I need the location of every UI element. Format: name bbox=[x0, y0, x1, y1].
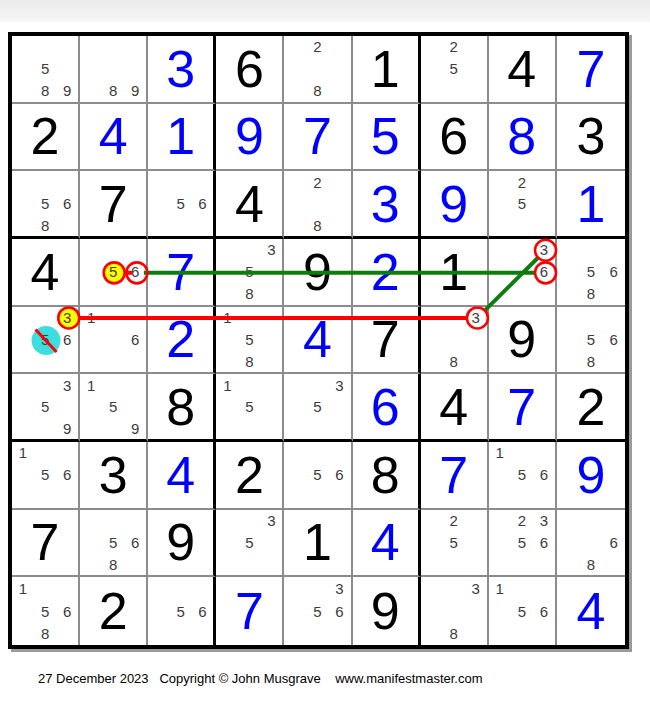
solved-digit: 4 bbox=[166, 449, 195, 501]
given-digit: 6 bbox=[439, 110, 468, 162]
cell-r8c6: 4 bbox=[353, 510, 421, 578]
cell-r7c5: 56 bbox=[284, 442, 352, 510]
given-digit: 3 bbox=[576, 110, 605, 162]
cell-r3c8: 25 bbox=[489, 171, 557, 239]
candidate-8: 8 bbox=[102, 80, 124, 102]
candidate-8: 8 bbox=[306, 80, 328, 102]
cell-r8c9: 68 bbox=[557, 510, 625, 578]
candidate-8: 8 bbox=[443, 350, 465, 372]
candidate-5: 5 bbox=[238, 396, 260, 418]
solved-digit: 1 bbox=[576, 178, 605, 230]
cell-r5c4: 158 bbox=[216, 307, 284, 375]
cell-r5c6: 7 bbox=[353, 307, 421, 375]
candidate-8: 8 bbox=[34, 622, 56, 645]
candidate-9: 9 bbox=[56, 417, 78, 439]
candidates: 15 bbox=[216, 374, 282, 439]
cell-r6c8: 7 bbox=[489, 374, 557, 442]
cell-r2c3: 1 bbox=[148, 104, 216, 172]
candidate-6: 6 bbox=[329, 464, 351, 486]
cell-r3c2: 7 bbox=[80, 171, 148, 239]
solved-digit: 3 bbox=[166, 43, 195, 95]
given-digit: 9 bbox=[303, 246, 332, 298]
candidate-5: 5 bbox=[34, 329, 56, 351]
candidate-5: 5 bbox=[580, 329, 603, 351]
candidate-9: 9 bbox=[124, 417, 146, 439]
candidate-3: 3 bbox=[465, 577, 487, 600]
cell-r5c1: 356 bbox=[12, 307, 80, 375]
candidate-5: 5 bbox=[238, 532, 260, 554]
cell-r7c3: 4 bbox=[148, 442, 216, 510]
given-digit: 4 bbox=[439, 381, 468, 433]
solved-digit: 7 bbox=[439, 449, 468, 501]
candidates: 35 bbox=[216, 510, 282, 576]
candidate-6: 6 bbox=[329, 600, 351, 623]
top-strip bbox=[0, 0, 650, 22]
given-digit: 7 bbox=[371, 313, 400, 365]
cell-r2c4: 9 bbox=[216, 104, 284, 172]
cell-r4c8: 36 bbox=[489, 239, 557, 307]
cell-r3c5: 28 bbox=[284, 171, 352, 239]
board-grid: 5898936281254724197568356875642839251456… bbox=[12, 36, 625, 645]
cell-r2c6: 5 bbox=[353, 104, 421, 172]
cell-r2c8: 8 bbox=[489, 104, 557, 172]
candidate-8: 8 bbox=[443, 622, 465, 645]
candidate-5: 5 bbox=[511, 464, 533, 486]
candidate-6: 6 bbox=[124, 329, 146, 351]
solved-digit: 4 bbox=[303, 313, 332, 365]
candidate-5: 5 bbox=[511, 532, 533, 554]
given-digit: 7 bbox=[99, 178, 128, 230]
candidates: 589 bbox=[12, 36, 78, 102]
candidates: 159 bbox=[80, 374, 146, 439]
candidates: 56 bbox=[284, 442, 350, 508]
cell-r5c9: 568 bbox=[557, 307, 625, 375]
candidates: 28 bbox=[284, 36, 350, 102]
given-digit: 1 bbox=[371, 43, 400, 95]
candidate-6: 6 bbox=[602, 261, 625, 283]
cell-r5c3: 2 bbox=[148, 307, 216, 375]
given-digit: 9 bbox=[507, 313, 536, 365]
cell-r4c4: 358 bbox=[216, 239, 284, 307]
candidate-2: 2 bbox=[443, 510, 465, 532]
candidates: 35 bbox=[284, 374, 350, 439]
cell-r5c7: 38 bbox=[421, 307, 489, 375]
cell-r3c1: 568 bbox=[12, 171, 80, 239]
candidates: 68 bbox=[557, 510, 625, 576]
cell-r9c6: 9 bbox=[353, 577, 421, 645]
candidate-1: 1 bbox=[80, 374, 102, 396]
candidate-5: 5 bbox=[511, 193, 533, 215]
cell-r4c5: 9 bbox=[284, 239, 352, 307]
candidate-6: 6 bbox=[56, 464, 78, 486]
cell-r3c6: 3 bbox=[353, 171, 421, 239]
candidate-8: 8 bbox=[238, 350, 260, 372]
candidate-6: 6 bbox=[56, 193, 78, 215]
candidates: 568 bbox=[12, 171, 78, 236]
candidate-9: 9 bbox=[124, 80, 146, 102]
candidates: 156 bbox=[489, 577, 555, 645]
solved-digit: 9 bbox=[439, 178, 468, 230]
cell-r9c3: 56 bbox=[148, 577, 216, 645]
cell-r7c2: 3 bbox=[80, 442, 148, 510]
candidate-3: 3 bbox=[465, 307, 487, 329]
given-digit: 3 bbox=[99, 449, 128, 501]
cell-r2c2: 4 bbox=[80, 104, 148, 172]
cell-r7c7: 7 bbox=[421, 442, 489, 510]
candidates: 359 bbox=[12, 374, 78, 439]
candidates: 56 bbox=[148, 171, 213, 236]
candidate-6: 6 bbox=[602, 329, 625, 351]
candidates: 89 bbox=[80, 36, 146, 102]
candidates: 2356 bbox=[489, 510, 555, 576]
solved-digit: 2 bbox=[371, 246, 400, 298]
cell-r2c7: 6 bbox=[421, 104, 489, 172]
candidate-8: 8 bbox=[238, 283, 260, 305]
candidate-3: 3 bbox=[329, 577, 351, 600]
candidate-5: 5 bbox=[306, 396, 328, 418]
solved-digit: 3 bbox=[371, 178, 400, 230]
cell-r7c1: 156 bbox=[12, 442, 80, 510]
candidates: 25 bbox=[421, 36, 487, 102]
cell-r5c8: 9 bbox=[489, 307, 557, 375]
given-digit: 9 bbox=[166, 516, 195, 568]
candidate-3: 3 bbox=[329, 374, 351, 396]
candidate-1: 1 bbox=[80, 307, 102, 329]
candidates: 568 bbox=[557, 307, 625, 373]
solved-digit: 5 bbox=[371, 110, 400, 162]
cell-r1c5: 28 bbox=[284, 36, 352, 104]
candidate-5: 5 bbox=[238, 329, 260, 351]
candidate-3: 3 bbox=[260, 239, 282, 261]
candidate-6: 6 bbox=[192, 600, 214, 623]
cell-r1c9: 7 bbox=[557, 36, 625, 104]
cell-r9c4: 7 bbox=[216, 577, 284, 645]
cell-r4c6: 2 bbox=[353, 239, 421, 307]
cell-r3c4: 4 bbox=[216, 171, 284, 239]
candidate-5: 5 bbox=[580, 261, 603, 283]
cell-r6c3: 8 bbox=[148, 374, 216, 442]
given-digit: 8 bbox=[371, 449, 400, 501]
cell-r8c2: 568 bbox=[80, 510, 148, 578]
cell-r9c8: 156 bbox=[489, 577, 557, 645]
cell-r6c5: 35 bbox=[284, 374, 352, 442]
given-digit: 4 bbox=[235, 178, 264, 230]
solved-digit: 4 bbox=[576, 585, 605, 637]
given-digit: 7 bbox=[31, 516, 60, 568]
cell-r2c1: 2 bbox=[12, 104, 80, 172]
given-digit: 2 bbox=[99, 585, 128, 637]
cell-r1c2: 89 bbox=[80, 36, 148, 104]
cell-r7c4: 2 bbox=[216, 442, 284, 510]
cell-r9c5: 356 bbox=[284, 577, 352, 645]
given-digit: 2 bbox=[235, 449, 264, 501]
candidate-5: 5 bbox=[306, 464, 328, 486]
solved-digit: 4 bbox=[371, 516, 400, 568]
candidate-5: 5 bbox=[170, 193, 192, 215]
candidate-3: 3 bbox=[533, 239, 555, 261]
candidate-2: 2 bbox=[306, 36, 328, 58]
candidate-1: 1 bbox=[489, 577, 511, 600]
candidate-3: 3 bbox=[56, 307, 78, 329]
candidate-3: 3 bbox=[56, 374, 78, 396]
candidate-5: 5 bbox=[102, 261, 124, 283]
cell-r6c7: 4 bbox=[421, 374, 489, 442]
candidate-6: 6 bbox=[533, 464, 555, 486]
solved-digit: 8 bbox=[507, 110, 536, 162]
cell-r4c7: 1 bbox=[421, 239, 489, 307]
candidate-5: 5 bbox=[34, 58, 56, 80]
given-digit: 2 bbox=[31, 110, 60, 162]
candidate-1: 1 bbox=[12, 442, 34, 464]
candidates: 56 bbox=[80, 239, 146, 305]
candidate-6: 6 bbox=[56, 329, 78, 351]
given-digit: 4 bbox=[31, 246, 60, 298]
candidate-5: 5 bbox=[238, 261, 260, 283]
cell-r6c9: 2 bbox=[557, 374, 625, 442]
candidate-5: 5 bbox=[306, 600, 328, 623]
candidate-8: 8 bbox=[580, 350, 603, 372]
candidates: 38 bbox=[421, 307, 487, 373]
cell-r8c4: 35 bbox=[216, 510, 284, 578]
candidate-3: 3 bbox=[533, 510, 555, 532]
cell-r4c9: 568 bbox=[557, 239, 625, 307]
cell-r9c7: 38 bbox=[421, 577, 489, 645]
solved-digit: 1 bbox=[166, 110, 195, 162]
cell-r8c7: 25 bbox=[421, 510, 489, 578]
candidate-8: 8 bbox=[34, 214, 56, 236]
cell-r1c4: 6 bbox=[216, 36, 284, 104]
candidate-5: 5 bbox=[34, 464, 56, 486]
candidates: 38 bbox=[421, 577, 487, 645]
candidate-9: 9 bbox=[56, 80, 78, 102]
page: 5898936281254724197568356875642839251456… bbox=[0, 0, 650, 720]
given-digit: 1 bbox=[439, 246, 468, 298]
cell-r4c3: 7 bbox=[148, 239, 216, 307]
candidates: 36 bbox=[489, 239, 555, 305]
cell-r7c6: 8 bbox=[353, 442, 421, 510]
solved-digit: 7 bbox=[507, 381, 536, 433]
cell-r1c6: 1 bbox=[353, 36, 421, 104]
solved-digit: 7 bbox=[303, 110, 332, 162]
given-digit: 4 bbox=[507, 43, 536, 95]
candidate-8: 8 bbox=[102, 553, 124, 575]
cell-r8c3: 9 bbox=[148, 510, 216, 578]
candidate-6: 6 bbox=[533, 600, 555, 623]
candidate-6: 6 bbox=[533, 261, 555, 283]
candidate-1: 1 bbox=[489, 442, 511, 464]
cell-r6c6: 6 bbox=[353, 374, 421, 442]
cell-r4c2: 56 bbox=[80, 239, 148, 307]
candidate-1: 1 bbox=[216, 374, 238, 396]
candidates: 356 bbox=[284, 577, 350, 645]
candidates: 28 bbox=[284, 171, 350, 236]
candidates: 356 bbox=[12, 307, 78, 373]
solved-digit: 2 bbox=[166, 313, 195, 365]
cell-r3c9: 1 bbox=[557, 171, 625, 239]
cell-r1c8: 4 bbox=[489, 36, 557, 104]
given-digit: 6 bbox=[235, 43, 264, 95]
solved-digit: 4 bbox=[99, 110, 128, 162]
cell-r6c1: 359 bbox=[12, 374, 80, 442]
candidate-8: 8 bbox=[580, 553, 603, 575]
given-digit: 9 bbox=[371, 585, 400, 637]
solved-digit: 9 bbox=[235, 110, 264, 162]
cell-r6c4: 15 bbox=[216, 374, 284, 442]
candidate-6: 6 bbox=[124, 532, 146, 554]
cell-r2c9: 3 bbox=[557, 104, 625, 172]
cell-r1c3: 3 bbox=[148, 36, 216, 104]
candidate-5: 5 bbox=[443, 58, 465, 80]
solved-digit: 7 bbox=[576, 43, 605, 95]
caption: 27 December 2023 Copyright © John Musgra… bbox=[38, 671, 483, 686]
given-digit: 2 bbox=[576, 381, 605, 433]
candidates: 358 bbox=[216, 239, 282, 305]
candidate-5: 5 bbox=[443, 532, 465, 554]
candidate-6: 6 bbox=[192, 193, 214, 215]
cell-r9c2: 2 bbox=[80, 577, 148, 645]
candidates: 56 bbox=[148, 577, 213, 645]
candidates: 25 bbox=[421, 510, 487, 576]
cell-r3c3: 56 bbox=[148, 171, 216, 239]
cell-r8c1: 7 bbox=[12, 510, 80, 578]
candidate-5: 5 bbox=[170, 600, 192, 623]
solved-digit: 9 bbox=[576, 449, 605, 501]
candidate-5: 5 bbox=[34, 600, 56, 623]
candidate-2: 2 bbox=[511, 510, 533, 532]
cell-r8c8: 2356 bbox=[489, 510, 557, 578]
candidates: 158 bbox=[216, 307, 282, 373]
solved-digit: 6 bbox=[371, 381, 400, 433]
candidate-1: 1 bbox=[216, 307, 238, 329]
candidate-5: 5 bbox=[34, 396, 56, 418]
candidate-8: 8 bbox=[306, 214, 328, 236]
candidates: 25 bbox=[489, 171, 555, 236]
cell-r1c1: 589 bbox=[12, 36, 80, 104]
candidate-5: 5 bbox=[34, 193, 56, 215]
cell-r3c7: 9 bbox=[421, 171, 489, 239]
cell-r8c5: 1 bbox=[284, 510, 352, 578]
cell-r9c9: 4 bbox=[557, 577, 625, 645]
candidate-8: 8 bbox=[34, 80, 56, 102]
candidate-6: 6 bbox=[56, 600, 78, 623]
cell-r5c2: 16 bbox=[80, 307, 148, 375]
candidates: 16 bbox=[80, 307, 146, 373]
cell-r6c2: 159 bbox=[80, 374, 148, 442]
candidate-6: 6 bbox=[602, 532, 625, 554]
candidate-5: 5 bbox=[102, 396, 124, 418]
given-digit: 1 bbox=[303, 516, 332, 568]
candidate-1: 1 bbox=[12, 577, 34, 600]
cell-r5c5: 4 bbox=[284, 307, 352, 375]
candidates: 568 bbox=[80, 510, 146, 576]
sudoku-board: 5898936281254724197568356875642839251456… bbox=[8, 32, 629, 649]
candidates: 156 bbox=[489, 442, 555, 508]
candidate-2: 2 bbox=[443, 36, 465, 58]
solved-digit: 7 bbox=[235, 585, 264, 637]
cell-r1c7: 25 bbox=[421, 36, 489, 104]
candidate-8: 8 bbox=[580, 283, 603, 305]
candidate-6: 6 bbox=[533, 532, 555, 554]
cell-r4c1: 4 bbox=[12, 239, 80, 307]
candidate-6: 6 bbox=[124, 261, 146, 283]
candidate-3: 3 bbox=[260, 510, 282, 532]
candidate-2: 2 bbox=[306, 171, 328, 193]
given-digit: 8 bbox=[166, 381, 195, 433]
cell-r2c5: 7 bbox=[284, 104, 352, 172]
candidates: 1568 bbox=[12, 577, 78, 645]
cell-r7c8: 156 bbox=[489, 442, 557, 510]
cell-r7c9: 9 bbox=[557, 442, 625, 510]
candidates: 568 bbox=[557, 239, 625, 305]
candidate-5: 5 bbox=[102, 532, 124, 554]
candidates: 156 bbox=[12, 442, 78, 508]
candidate-5: 5 bbox=[511, 600, 533, 623]
cell-r9c1: 1568 bbox=[12, 577, 80, 645]
candidate-2: 2 bbox=[511, 171, 533, 193]
solved-digit: 7 bbox=[166, 246, 195, 298]
